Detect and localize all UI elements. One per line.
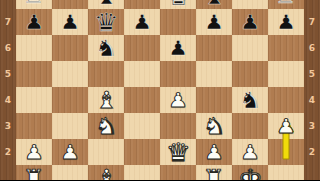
square-e8[interactable]: ♚ [160,0,196,9]
square-c5[interactable] [88,61,124,87]
square-e6[interactable]: ♟ [160,35,196,61]
square-a4[interactable] [16,87,52,113]
square-g1[interactable]: ♚ [232,165,268,180]
rank-labels-right: 765432 [304,0,320,180]
rank-label-7-left: 7 [0,18,16,27]
piece-black-pawn-d7[interactable]: ♟ [132,12,152,32]
square-d5[interactable] [124,61,160,87]
square-b4[interactable] [52,87,88,113]
square-g5[interactable] [232,61,268,87]
piece-white-king-g1[interactable]: ♚ [237,166,262,181]
square-e3[interactable] [160,113,196,139]
square-g4[interactable]: ♞ [232,87,268,113]
piece-black-pawn-b7[interactable]: ♟ [60,12,80,32]
rank-label-5-left: 5 [0,70,16,79]
square-d8[interactable] [124,0,160,9]
square-d7[interactable]: ♟ [124,9,160,35]
rank-label-4-right: 4 [304,96,320,105]
square-e1[interactable] [160,165,196,180]
piece-black-queen-c7[interactable]: ♛ [93,10,118,35]
rank-label-5-right: 5 [304,70,320,79]
square-h7[interactable]: ♟ [268,9,304,35]
square-a1[interactable]: ♜ [16,165,52,180]
rank-label-2-left: 2 [0,148,16,157]
board-grid: ♜♝♚♝♜♟♟♛♟♟♟♟♞♟♝♟♞♞♞♟♟♟♛♟♟♜♝♜♚ [16,0,304,180]
rank-label-3-right: 3 [304,122,320,131]
square-b8[interactable] [52,0,88,9]
square-h1[interactable] [268,165,304,180]
square-d1[interactable] [124,165,160,180]
square-a3[interactable] [16,113,52,139]
piece-white-pawn-f2[interactable]: ♟ [204,142,224,162]
piece-black-pawn-g7[interactable]: ♟ [240,12,260,32]
piece-white-pawn-a2[interactable]: ♟ [24,142,44,162]
square-e7[interactable] [160,9,196,35]
piece-white-pawn-e4[interactable]: ♟ [168,90,188,110]
square-c1[interactable]: ♝ [88,165,124,180]
rank-labels-left: 765432 [0,0,16,180]
square-f1[interactable]: ♜ [196,165,232,180]
square-b5[interactable] [52,61,88,87]
rank-label-6-right: 6 [304,44,320,53]
piece-white-pawn-b2[interactable]: ♟ [60,142,80,162]
piece-white-pawn-h3[interactable]: ♟ [276,116,296,136]
rank-label-4-left: 4 [0,96,16,105]
chess-board-view: ♜♝♚♝♜♟♟♛♟♟♟♟♞♟♝♟♞♞♞♟♟♟♛♟♟♜♝♜♚ 765432 765… [0,0,320,180]
square-c4[interactable]: ♝ [88,87,124,113]
square-f7[interactable]: ♟ [196,9,232,35]
piece-white-rook-f1[interactable]: ♜ [203,167,225,180]
square-g2[interactable]: ♟ [232,139,268,165]
square-g6[interactable] [232,35,268,61]
square-b3[interactable] [52,113,88,139]
square-d3[interactable] [124,113,160,139]
square-c7[interactable]: ♛ [88,9,124,35]
square-h5[interactable] [268,61,304,87]
piece-white-knight-c3[interactable]: ♞ [94,115,117,138]
piece-black-knight-c6[interactable]: ♞ [94,37,117,60]
square-h8[interactable]: ♜ [268,0,304,9]
piece-white-bishop-c1[interactable]: ♝ [94,167,117,181]
square-a5[interactable] [16,61,52,87]
square-c3[interactable]: ♞ [88,113,124,139]
piece-white-bishop-c4[interactable]: ♝ [94,89,117,112]
square-g7[interactable]: ♟ [232,9,268,35]
rank-label-2-right: 2 [304,148,320,157]
square-f6[interactable] [196,35,232,61]
square-e4[interactable]: ♟ [160,87,196,113]
square-f4[interactable] [196,87,232,113]
piece-white-rook-a1[interactable]: ♜ [23,167,45,180]
piece-black-pawn-a7[interactable]: ♟ [24,12,44,32]
square-h6[interactable] [268,35,304,61]
square-g8[interactable] [232,0,268,9]
piece-black-bishop-f8[interactable]: ♝ [202,0,225,8]
piece-black-pawn-e6[interactable]: ♟ [168,38,188,58]
square-a2[interactable]: ♟ [16,139,52,165]
rank-label-3-left: 3 [0,122,16,131]
square-b6[interactable] [52,35,88,61]
square-g3[interactable] [232,113,268,139]
square-f2[interactable]: ♟ [196,139,232,165]
piece-white-queen-e2[interactable]: ♛ [165,140,190,165]
piece-black-pawn-h7[interactable]: ♟ [276,12,296,32]
piece-white-knight-f3[interactable]: ♞ [202,115,225,138]
square-a6[interactable] [16,35,52,61]
square-f3[interactable]: ♞ [196,113,232,139]
square-e2[interactable]: ♛ [160,139,196,165]
square-b7[interactable]: ♟ [52,9,88,35]
square-b2[interactable]: ♟ [52,139,88,165]
rank-label-7-right: 7 [304,18,320,27]
piece-black-king-e8[interactable]: ♚ [165,0,190,9]
square-h4[interactable] [268,87,304,113]
square-d4[interactable] [124,87,160,113]
square-f8[interactable]: ♝ [196,0,232,9]
piece-white-pawn-g2[interactable]: ♟ [240,142,260,162]
square-d6[interactable] [124,35,160,61]
square-c2[interactable] [88,139,124,165]
square-b1[interactable] [52,165,88,180]
piece-black-knight-g4[interactable]: ♞ [238,89,261,112]
piece-black-pawn-f7[interactable]: ♟ [204,12,224,32]
piece-black-bishop-c8[interactable]: ♝ [94,0,117,8]
square-d2[interactable] [124,139,160,165]
square-a7[interactable]: ♟ [16,9,52,35]
square-f5[interactable] [196,61,232,87]
square-e5[interactable] [160,61,196,87]
square-c6[interactable]: ♞ [88,35,124,61]
piece-black-rook-a8[interactable]: ♜ [23,0,45,7]
rank-label-6-left: 6 [0,44,16,53]
square-a8[interactable]: ♜ [16,0,52,9]
piece-black-rook-h8[interactable]: ♜ [275,0,297,7]
